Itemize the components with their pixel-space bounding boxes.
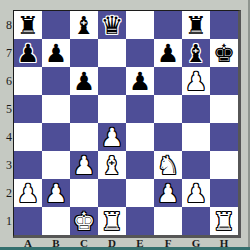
square-g3[interactable]	[182, 151, 210, 179]
square-c1[interactable]: ♚	[70, 207, 98, 235]
square-b2[interactable]: ♟	[42, 179, 70, 207]
rank-label-4: 4	[0, 123, 12, 151]
black-king: ♚	[210, 39, 238, 67]
black-pawn: ♟	[154, 39, 182, 67]
square-f3[interactable]: ♞	[154, 151, 182, 179]
white-pawn: ♟	[98, 123, 126, 151]
rank-label-3: 3	[0, 151, 12, 179]
square-b8[interactable]	[42, 11, 70, 39]
square-d2[interactable]	[98, 179, 126, 207]
square-b6[interactable]	[42, 67, 70, 95]
square-e1[interactable]	[126, 207, 154, 235]
rank-label-2: 2	[0, 179, 12, 207]
right-edge-stripe	[248, 0, 250, 250]
square-g5[interactable]	[182, 95, 210, 123]
square-f2[interactable]: ♟	[154, 179, 182, 207]
square-e8[interactable]	[126, 11, 154, 39]
board-frame: ♜♝♛♜♟♟♟♝♚♟♟♟♟♟♝♞♟♟♟♟♚♜♜	[13, 10, 241, 238]
square-b4[interactable]	[42, 123, 70, 151]
square-a4[interactable]	[14, 123, 42, 151]
white-pawn: ♟	[154, 179, 182, 207]
square-a2[interactable]: ♟	[14, 179, 42, 207]
black-pawn: ♟	[14, 39, 42, 67]
square-h2[interactable]	[210, 179, 238, 207]
square-e7[interactable]	[126, 39, 154, 67]
rank-label-1: 1	[0, 207, 12, 235]
square-f1[interactable]	[154, 207, 182, 235]
square-a1[interactable]	[14, 207, 42, 235]
square-e2[interactable]	[126, 179, 154, 207]
white-bishop: ♝	[98, 151, 126, 179]
rank-labels: 87654321	[0, 11, 12, 235]
square-h4[interactable]	[210, 123, 238, 151]
rank-label-6: 6	[0, 67, 12, 95]
square-g7[interactable]: ♝	[182, 39, 210, 67]
square-f5[interactable]	[154, 95, 182, 123]
square-d6[interactable]	[98, 67, 126, 95]
square-e5[interactable]	[126, 95, 154, 123]
square-a3[interactable]	[14, 151, 42, 179]
square-g1[interactable]	[182, 207, 210, 235]
square-a5[interactable]	[14, 95, 42, 123]
white-pawn: ♟	[14, 179, 42, 207]
square-d4[interactable]: ♟	[98, 123, 126, 151]
square-c4[interactable]	[70, 123, 98, 151]
white-rook: ♜	[98, 207, 126, 235]
square-b7[interactable]: ♟	[42, 39, 70, 67]
black-bishop: ♝	[182, 39, 210, 67]
square-e3[interactable]	[126, 151, 154, 179]
white-pawn: ♟	[182, 179, 210, 207]
black-bishop: ♝	[70, 11, 98, 39]
square-c5[interactable]	[70, 95, 98, 123]
rank-label-5: 5	[0, 95, 12, 123]
square-h5[interactable]	[210, 95, 238, 123]
black-pawn: ♟	[70, 67, 98, 95]
square-c7[interactable]	[70, 39, 98, 67]
black-rook: ♜	[182, 11, 210, 39]
white-king: ♚	[70, 207, 98, 235]
square-c3[interactable]: ♟	[70, 151, 98, 179]
square-h3[interactable]	[210, 151, 238, 179]
square-g4[interactable]	[182, 123, 210, 151]
square-g2[interactable]: ♟	[182, 179, 210, 207]
white-knight: ♞	[154, 151, 182, 179]
square-c8[interactable]: ♝	[70, 11, 98, 39]
chess-board: ♜♝♛♜♟♟♟♝♚♟♟♟♟♟♝♞♟♟♟♟♚♜♜	[14, 11, 238, 235]
black-queen: ♛	[98, 11, 126, 39]
square-c6[interactable]: ♟	[70, 67, 98, 95]
black-pawn: ♟	[42, 39, 70, 67]
square-d7[interactable]	[98, 39, 126, 67]
square-a8[interactable]: ♜	[14, 11, 42, 39]
square-d8[interactable]: ♛	[98, 11, 126, 39]
square-f4[interactable]	[154, 123, 182, 151]
chess-app-window: 87654321 ♜♝♛♜♟♟♟♝♚♟♟♟♟♟♝♞♟♟♟♟♚♜♜ ABCDEFG…	[0, 0, 250, 250]
square-h8[interactable]	[210, 11, 238, 39]
square-a6[interactable]	[14, 67, 42, 95]
square-c2[interactable]	[70, 179, 98, 207]
black-rook: ♜	[14, 11, 42, 39]
rank-label-8: 8	[0, 11, 12, 39]
square-d3[interactable]: ♝	[98, 151, 126, 179]
square-f8[interactable]	[154, 11, 182, 39]
square-h6[interactable]	[210, 67, 238, 95]
black-pawn: ♟	[126, 67, 154, 95]
rank-label-7: 7	[0, 39, 12, 67]
square-h1[interactable]: ♜	[210, 207, 238, 235]
white-pawn: ♟	[70, 151, 98, 179]
square-a7[interactable]: ♟	[14, 39, 42, 67]
white-pawn: ♟	[182, 67, 210, 95]
square-b1[interactable]	[42, 207, 70, 235]
square-h7[interactable]: ♚	[210, 39, 238, 67]
square-e6[interactable]: ♟	[126, 67, 154, 95]
square-e4[interactable]	[126, 123, 154, 151]
square-f7[interactable]: ♟	[154, 39, 182, 67]
square-f6[interactable]	[154, 67, 182, 95]
square-b5[interactable]	[42, 95, 70, 123]
white-rook: ♜	[210, 207, 238, 235]
square-b3[interactable]	[42, 151, 70, 179]
square-g8[interactable]: ♜	[182, 11, 210, 39]
square-d5[interactable]	[98, 95, 126, 123]
square-d1[interactable]: ♜	[98, 207, 126, 235]
white-pawn: ♟	[42, 179, 70, 207]
square-g6[interactable]: ♟	[182, 67, 210, 95]
